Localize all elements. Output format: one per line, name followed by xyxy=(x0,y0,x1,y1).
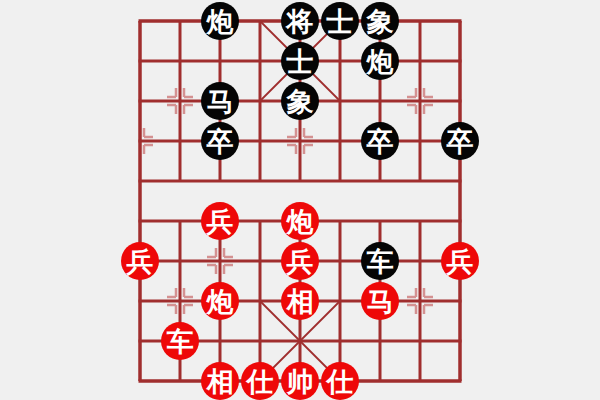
red-chariot[interactable]: 车 xyxy=(161,322,199,360)
red-soldier-1[interactable]: 兵 xyxy=(201,202,239,240)
red-elephant-1[interactable]: 相 xyxy=(281,282,319,320)
black-general[interactable]: 将 xyxy=(281,2,319,40)
black-soldier-3[interactable]: 卒 xyxy=(441,122,479,160)
red-horse[interactable]: 马 xyxy=(361,282,399,320)
black-cannon-2[interactable]: 炮 xyxy=(361,42,399,80)
red-cannon-1[interactable]: 炮 xyxy=(281,202,319,240)
black-cannon-1[interactable]: 炮 xyxy=(201,2,239,40)
black-soldier-1[interactable]: 卒 xyxy=(201,122,239,160)
red-cannon-2[interactable]: 炮 xyxy=(201,282,239,320)
black-elephant-2[interactable]: 象 xyxy=(281,82,319,120)
red-advisor-1[interactable]: 仕 xyxy=(241,362,279,400)
red-soldier-3[interactable]: 兵 xyxy=(281,242,319,280)
black-elephant-1[interactable]: 象 xyxy=(361,2,399,40)
xiangqi-board-screen: 炮将士象士炮马象卒卒卒车兵炮兵兵兵炮相马车相仕帅仕 xyxy=(0,0,600,400)
red-king[interactable]: 帅 xyxy=(281,362,319,400)
black-advisor-2[interactable]: 士 xyxy=(281,42,319,80)
pieces-layer: 炮将士象士炮马象卒卒卒车兵炮兵兵兵炮相马车相仕帅仕 xyxy=(0,0,600,400)
black-advisor-1[interactable]: 士 xyxy=(321,2,359,40)
red-soldier-2[interactable]: 兵 xyxy=(121,242,159,280)
red-elephant-2[interactable]: 相 xyxy=(201,362,239,400)
red-soldier-4[interactable]: 兵 xyxy=(441,242,479,280)
black-horse[interactable]: 马 xyxy=(201,82,239,120)
black-chariot[interactable]: 车 xyxy=(361,242,399,280)
black-soldier-2[interactable]: 卒 xyxy=(361,122,399,160)
red-advisor-2[interactable]: 仕 xyxy=(321,362,359,400)
